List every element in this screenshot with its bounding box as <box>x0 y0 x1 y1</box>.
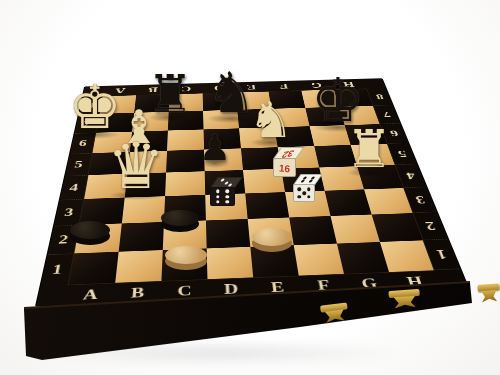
die-pip <box>216 190 220 194</box>
die-pip <box>297 195 301 199</box>
brass-clasp-3 <box>477 283 500 302</box>
white-die <box>293 174 315 203</box>
white-knight-f7: ♞ <box>246 95 296 145</box>
black-die <box>210 177 235 207</box>
clasp-wing <box>325 309 345 323</box>
brass-clasp-2 <box>388 289 420 309</box>
clasp-wing <box>481 290 497 303</box>
die-pip <box>225 200 229 204</box>
die-pip <box>307 195 311 199</box>
chess-set-photo: ABCDEFGH ABCDEFGH 87654321 87654321 ♚♜♞♚… <box>0 0 500 375</box>
doubling-die-front-value: 16 <box>274 162 296 174</box>
die-pip <box>308 180 313 183</box>
die-pip <box>300 180 305 183</box>
die-pip <box>225 195 229 199</box>
black-checker-c3 <box>161 210 199 232</box>
white-rook-h5: ♜ <box>343 123 395 175</box>
white-queen-b5: ♛ <box>104 134 168 198</box>
die-pip <box>311 176 316 179</box>
die-pip <box>228 183 233 186</box>
white-checker-e2 <box>252 228 292 252</box>
die-pip <box>302 191 306 195</box>
clasp-bar <box>477 283 499 291</box>
pieces-layer: ♚♜♞♚♝♞♟♛♜3216 <box>0 0 500 375</box>
die-pip <box>224 181 229 184</box>
black-checker-a2 <box>70 221 110 245</box>
black-pawn-d6: ♟ <box>197 130 233 166</box>
brass-clasp-1 <box>320 302 349 323</box>
die-pip <box>220 179 225 182</box>
die-pip <box>216 195 220 199</box>
die-pip <box>225 190 229 194</box>
clasp-wing <box>393 296 415 309</box>
die-pip <box>302 176 307 179</box>
die-pip <box>216 200 220 204</box>
white-checker-c1 <box>165 246 207 270</box>
die-pip <box>307 187 311 191</box>
die-pip <box>297 187 301 191</box>
